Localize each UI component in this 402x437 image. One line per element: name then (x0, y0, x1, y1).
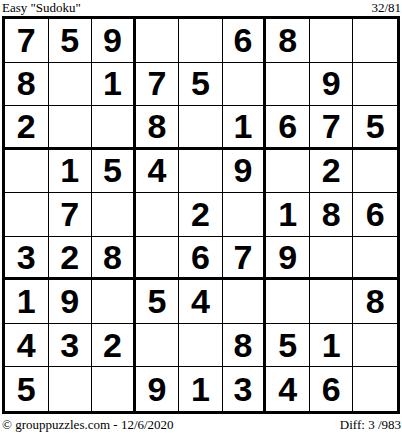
cell-r3c4: 8 (136, 106, 180, 150)
cell-r7c9: 8 (353, 280, 397, 324)
cell-r3c2 (49, 106, 93, 150)
cell-r7c4: 5 (136, 280, 180, 324)
cell-r3c5 (179, 106, 223, 150)
cell-r9c4: 9 (136, 367, 180, 411)
cell-r6c1: 3 (5, 237, 49, 281)
puzzle-page: Easy "Sudoku" 32/81 75968817592816751549… (0, 0, 402, 437)
cell-r1c8 (310, 19, 354, 63)
cell-r4c1 (5, 150, 49, 194)
cell-r9c6: 3 (223, 367, 267, 411)
cell-r1c3: 9 (92, 19, 136, 63)
cell-r9c8: 6 (310, 367, 354, 411)
cell-r2c1: 8 (5, 63, 49, 107)
cell-r1c5 (179, 19, 223, 63)
cell-r4c9 (353, 150, 397, 194)
cell-r7c2: 9 (49, 280, 93, 324)
cell-r6c7: 9 (266, 237, 310, 281)
cell-r2c6 (223, 63, 267, 107)
cell-r2c4: 7 (136, 63, 180, 107)
cell-r5c6 (223, 193, 267, 237)
cell-r5c8: 8 (310, 193, 354, 237)
cell-r2c7 (266, 63, 310, 107)
cell-r6c4 (136, 237, 180, 281)
cell-r2c8: 9 (310, 63, 354, 107)
cell-r9c7: 4 (266, 367, 310, 411)
cell-r4c6: 9 (223, 150, 267, 194)
cell-r2c2 (49, 63, 93, 107)
cell-r9c2 (49, 367, 93, 411)
cell-r3c3 (92, 106, 136, 150)
cell-r3c1: 2 (5, 106, 49, 150)
cell-r9c5: 1 (179, 367, 223, 411)
cell-r5c2: 7 (49, 193, 93, 237)
cell-r8c4 (136, 324, 180, 368)
puzzle-title: Easy "Sudoku" (2, 0, 81, 15)
cell-r5c5: 2 (179, 193, 223, 237)
cell-r6c2: 2 (49, 237, 93, 281)
cell-r5c9: 6 (353, 193, 397, 237)
cell-r7c8 (310, 280, 354, 324)
cell-r7c3 (92, 280, 136, 324)
cell-r7c6 (223, 280, 267, 324)
cell-r1c6: 6 (223, 19, 267, 63)
cell-r4c5 (179, 150, 223, 194)
cell-r9c9 (353, 367, 397, 411)
cell-r8c9 (353, 324, 397, 368)
cell-r4c8: 2 (310, 150, 354, 194)
sudoku-board: 7596881759281675154927218632867919548432… (2, 16, 400, 414)
cell-r1c9 (353, 19, 397, 63)
cell-r1c7: 8 (266, 19, 310, 63)
cell-r4c4: 4 (136, 150, 180, 194)
header: Easy "Sudoku" 32/81 (0, 0, 402, 16)
cell-r4c7 (266, 150, 310, 194)
cell-r8c2: 3 (49, 324, 93, 368)
cell-r6c3: 8 (92, 237, 136, 281)
cell-r8c1: 4 (5, 324, 49, 368)
cell-r9c3 (92, 367, 136, 411)
cell-r3c8: 7 (310, 106, 354, 150)
cell-r5c7: 1 (266, 193, 310, 237)
cell-r7c5: 4 (179, 280, 223, 324)
cell-r1c2: 5 (49, 19, 93, 63)
footer: © grouppuzzles.com - 12/6/2020 Diff: 3 /… (0, 414, 402, 432)
cell-r6c5: 6 (179, 237, 223, 281)
cell-r6c8 (310, 237, 354, 281)
cell-r6c9 (353, 237, 397, 281)
cell-r4c2: 1 (49, 150, 93, 194)
copyright-text: © grouppuzzles.com - 12/6/2020 (2, 417, 174, 432)
cell-r8c3: 2 (92, 324, 136, 368)
cell-r3c6: 1 (223, 106, 267, 150)
cell-r5c4 (136, 193, 180, 237)
cell-r7c1: 1 (5, 280, 49, 324)
cell-r5c1 (5, 193, 49, 237)
cell-r5c3 (92, 193, 136, 237)
cell-r1c4 (136, 19, 180, 63)
cell-r8c7: 5 (266, 324, 310, 368)
difficulty-text: Diff: 3 /983 (340, 417, 401, 432)
cell-r8c5 (179, 324, 223, 368)
cell-r6c6: 7 (223, 237, 267, 281)
empty-cell-counter: 32/81 (371, 0, 401, 15)
cell-r3c9: 5 (353, 106, 397, 150)
cell-r2c5: 5 (179, 63, 223, 107)
cell-r4c3: 5 (92, 150, 136, 194)
cell-r9c1: 5 (5, 367, 49, 411)
cell-r2c9 (353, 63, 397, 107)
cell-r8c6: 8 (223, 324, 267, 368)
cell-r1c1: 7 (5, 19, 49, 63)
cell-r8c8: 1 (310, 324, 354, 368)
cell-r3c7: 6 (266, 106, 310, 150)
cell-r7c7 (266, 280, 310, 324)
cell-r2c3: 1 (92, 63, 136, 107)
